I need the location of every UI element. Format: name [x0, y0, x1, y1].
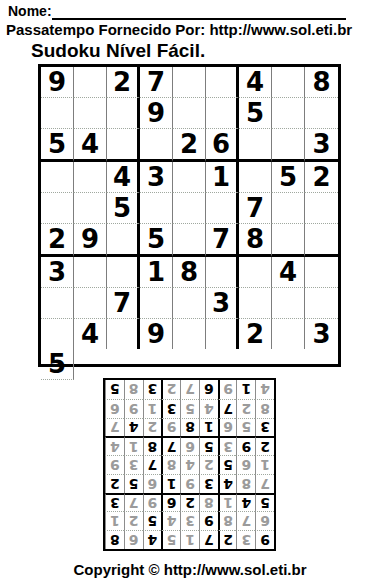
cell-r5c6: 8 [161, 455, 180, 474]
cell-r1c7: 4 [143, 530, 162, 549]
cell-r7c1: 3 [255, 418, 274, 437]
cell-r8c3: 7 [218, 399, 237, 418]
cell-r1c2 [74, 67, 107, 98]
cell-r7c4: 1 [140, 257, 173, 288]
cell-r2c2 [74, 98, 107, 129]
cell-r6c5 [173, 224, 206, 257]
cell-r8c4: 4 [199, 399, 218, 418]
cell-r5c9 [305, 193, 338, 224]
cell-r1c3: 2 [218, 530, 237, 549]
solution-grid-rotated: 9327154686789345215418269737843916521652… [103, 378, 276, 551]
cell-r4c7 [239, 162, 272, 193]
cell-r5c8 [272, 193, 305, 224]
cell-r4c2: 8 [236, 474, 255, 493]
cell-r1c4: 7 [140, 67, 173, 98]
cell-r6c1: 2 [41, 224, 74, 257]
cell-r7c3: 6 [218, 418, 237, 437]
copyright-line: Copyright © http://www.sol.eti.br [0, 561, 380, 578]
cell-r9c7: 2 [239, 319, 272, 349]
cell-r6c3: 3 [218, 436, 237, 455]
cell-r1c8: 6 [124, 530, 143, 549]
cell-r5c6 [206, 193, 239, 224]
cell-r6c6: 7 [206, 224, 239, 257]
cell-r2c5 [173, 98, 206, 129]
cell-r4c5 [173, 162, 206, 193]
cell-r7c1: 3 [41, 257, 74, 288]
cell-r3c9: 3 [305, 129, 338, 162]
cell-r4c2 [74, 162, 107, 193]
cell-r8c3: 7 [107, 288, 140, 319]
cell-r8c6: 3 [206, 288, 239, 319]
cell-r6c2: 9 [236, 436, 255, 455]
cell-r8c2 [74, 288, 107, 319]
cell-r5c4: 2 [199, 455, 218, 474]
cell-r8c7: 1 [143, 399, 162, 418]
cell-r5c3: 5 [107, 193, 140, 224]
cell-r9c9: 3 [305, 319, 338, 349]
cell-r8c1: 8 [255, 399, 274, 418]
cell-r4c7: 6 [143, 474, 162, 493]
cell-r3c5: 2 [180, 493, 199, 512]
cell-r3c3: 1 [218, 493, 237, 512]
cell-r5c9: 9 [105, 455, 124, 474]
cell-r9c1: 4 [255, 380, 274, 399]
cell-r6c2: 9 [74, 224, 107, 257]
cell-r3c2: 4 [74, 129, 107, 162]
cell-r9c5: 7 [180, 380, 199, 399]
name-label: Nome: [8, 3, 52, 20]
cell-r6c7: 8 [143, 436, 162, 455]
cell-r9c2: 4 [74, 319, 107, 349]
cell-r2c9 [305, 98, 338, 129]
cell-r9c5 [173, 319, 206, 349]
cell-r7c7: 2 [143, 418, 162, 437]
cell-r3c5: 2 [173, 129, 206, 162]
cell-r7c6: 9 [161, 418, 180, 437]
sudoku-worksheet: Nome: Passatempo Fornecido Por: http://w… [0, 0, 380, 585]
cell-r6c6: 7 [161, 436, 180, 455]
cell-r3c6: 6 [161, 493, 180, 512]
cell-r2c3 [107, 98, 140, 129]
page-title: Sudoku Nível Fácil. [31, 40, 205, 62]
cell-r6c8 [272, 224, 305, 257]
cell-r4c1 [41, 162, 74, 193]
cell-r7c2 [74, 257, 107, 288]
cell-r3c6: 6 [206, 129, 239, 162]
cell-r5c7: 7 [143, 455, 162, 474]
cell-r3c2: 4 [236, 493, 255, 512]
cell-r9c1 [41, 319, 74, 349]
cell-r9c3: 9 [218, 380, 237, 399]
cell-r8c9: 6 [105, 399, 124, 418]
cell-r5c1: 1 [255, 455, 274, 474]
name-row: Nome: [8, 3, 346, 20]
cell-r2c8: 2 [124, 511, 143, 530]
cell-r6c5: 6 [180, 436, 199, 455]
cell-r10c1: 5 [41, 349, 74, 380]
cell-r1c1: 9 [255, 530, 274, 549]
name-fill-line [52, 3, 346, 20]
cell-r4c5: 9 [180, 474, 199, 493]
cell-r3c9: 3 [105, 493, 124, 512]
cell-r9c8 [272, 319, 305, 349]
cell-r1c3: 2 [107, 67, 140, 98]
cell-r6c9: 4 [105, 436, 124, 455]
cell-r9c7: 3 [143, 380, 162, 399]
cell-r2c4: 9 [199, 511, 218, 530]
cell-r8c5: 5 [180, 399, 199, 418]
cell-r2c1: 6 [255, 511, 274, 530]
cell-r5c2 [74, 193, 107, 224]
cell-r9c6: 2 [161, 380, 180, 399]
cell-r5c8: 3 [124, 455, 143, 474]
cell-r1c6 [206, 67, 239, 98]
cell-r7c9: 7 [105, 418, 124, 437]
cell-r5c3: 5 [218, 455, 237, 474]
cell-r2c9: 1 [105, 511, 124, 530]
cell-r8c4 [140, 288, 173, 319]
cell-r1c4: 7 [199, 530, 218, 549]
cell-r2c6: 4 [161, 511, 180, 530]
cell-r1c9: 8 [305, 67, 338, 98]
cell-r6c9 [305, 224, 338, 257]
cell-r1c8 [272, 67, 305, 98]
cell-r1c2: 3 [236, 530, 255, 549]
cell-r9c2: 1 [236, 380, 255, 399]
cell-r3c1: 5 [255, 493, 274, 512]
cell-r2c2: 7 [236, 511, 255, 530]
cell-r6c4: 5 [199, 436, 218, 455]
cell-r7c4: 1 [199, 418, 218, 437]
cell-r1c5 [173, 67, 206, 98]
cell-r4c3: 4 [107, 162, 140, 193]
cell-r7c5: 8 [180, 418, 199, 437]
cell-r7c8: 4 [124, 418, 143, 437]
cell-r5c1 [41, 193, 74, 224]
cell-r4c8: 5 [124, 474, 143, 493]
cell-r2c1 [41, 98, 74, 129]
cell-r6c8: 1 [124, 436, 143, 455]
cell-r3c8 [272, 129, 305, 162]
cell-r5c4 [140, 193, 173, 224]
cell-r1c1: 9 [41, 67, 74, 98]
cell-r4c4: 3 [140, 162, 173, 193]
cell-r3c4: 8 [199, 493, 218, 512]
cell-r5c7: 7 [239, 193, 272, 224]
provider-line: Passatempo Fornecido Por: http://www.sol… [6, 21, 380, 38]
cell-r3c4 [140, 129, 173, 162]
cell-r2c5: 3 [180, 511, 199, 530]
cell-r4c6: 1 [161, 474, 180, 493]
cell-r9c9: 5 [105, 380, 124, 399]
puzzle-grid: 92748955426343152572957831847349235 [38, 64, 341, 367]
cell-r5c5 [173, 193, 206, 224]
cell-r8c7 [239, 288, 272, 319]
cell-r8c1 [41, 288, 74, 319]
cell-r1c9: 8 [105, 530, 124, 549]
cell-r4c9: 2 [105, 474, 124, 493]
cell-r3c3 [107, 129, 140, 162]
cell-r7c7 [239, 257, 272, 288]
cell-r9c4: 6 [199, 380, 218, 399]
cell-r9c8: 8 [124, 380, 143, 399]
cell-r9c3 [107, 319, 140, 349]
cell-r6c7: 8 [239, 224, 272, 257]
cell-r4c1: 7 [255, 474, 274, 493]
cell-r7c3 [107, 257, 140, 288]
cell-r8c9 [305, 288, 338, 319]
cell-r9c4: 9 [140, 319, 173, 349]
cell-r2c4: 9 [140, 98, 173, 129]
cell-r7c6 [206, 257, 239, 288]
cell-r8c6: 3 [161, 399, 180, 418]
cell-r3c7: 9 [143, 493, 162, 512]
cell-r1c7: 4 [239, 67, 272, 98]
cell-r4c9: 2 [305, 162, 338, 193]
cell-r6c1: 2 [255, 436, 274, 455]
cell-r8c2: 2 [236, 399, 255, 418]
cell-r4c3: 4 [218, 474, 237, 493]
cell-r7c2: 5 [236, 418, 255, 437]
cell-r9c6 [206, 319, 239, 349]
cell-r7c5: 8 [173, 257, 206, 288]
cell-r8c5 [173, 288, 206, 319]
cell-r4c8: 5 [272, 162, 305, 193]
cell-r3c7 [239, 129, 272, 162]
cell-r5c5: 4 [180, 455, 199, 474]
cell-r6c3 [107, 224, 140, 257]
cell-r3c1: 5 [41, 129, 74, 162]
solution-area: 9327154686789345215418269737843916521652… [103, 378, 276, 551]
cell-r1c6: 5 [161, 530, 180, 549]
cell-r4c6: 1 [206, 162, 239, 193]
cell-r2c7: 5 [239, 98, 272, 129]
cell-r4c4: 3 [199, 474, 218, 493]
cell-r6c4: 5 [140, 224, 173, 257]
cell-r5c2: 6 [236, 455, 255, 474]
cell-r7c8: 4 [272, 257, 305, 288]
cell-r7c9 [305, 257, 338, 288]
cell-r2c8 [272, 98, 305, 129]
cell-r2c3: 8 [218, 511, 237, 530]
cell-r1c5: 1 [180, 530, 199, 549]
cell-r8c8: 9 [124, 399, 143, 418]
cell-r8c8 [272, 288, 305, 319]
cell-r2c7: 5 [143, 511, 162, 530]
cell-r2c6 [206, 98, 239, 129]
cell-r3c8: 7 [124, 493, 143, 512]
